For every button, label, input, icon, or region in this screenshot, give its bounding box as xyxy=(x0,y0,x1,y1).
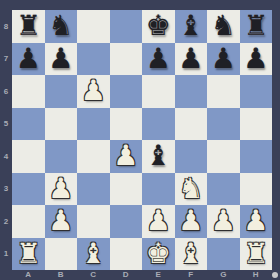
square-b5[interactable] xyxy=(45,108,78,141)
square-c7[interactable] xyxy=(77,43,110,76)
square-e5[interactable] xyxy=(142,108,175,141)
square-d7[interactable] xyxy=(110,43,143,76)
piece-bp-g7[interactable]: ♟ xyxy=(207,43,240,76)
piece-wp-e2[interactable]: ♟ xyxy=(142,205,175,238)
square-g7[interactable]: ♟ xyxy=(207,43,240,76)
piece-br-a8[interactable]: ♜ xyxy=(12,10,45,43)
square-d2[interactable] xyxy=(110,205,143,238)
file-label-e: E xyxy=(142,270,175,280)
square-b3[interactable]: ♟ xyxy=(45,173,78,206)
board-frame: 87654321 ♜♞♚♝♞♜♟♟♟♟♟♟♟♟♝♟♞♟♟♟♟♟♜♝♚♝♜ ABC… xyxy=(0,0,280,280)
file-label-d: D xyxy=(110,270,143,280)
piece-bp-e7[interactable]: ♟ xyxy=(142,43,175,76)
square-h7[interactable]: ♟ xyxy=(240,43,273,76)
square-f8[interactable]: ♝ xyxy=(175,10,208,43)
rank-label-6: 6 xyxy=(0,75,12,108)
piece-br-h8[interactable]: ♜ xyxy=(240,10,273,43)
piece-bp-b7[interactable]: ♟ xyxy=(45,43,78,76)
piece-wp-f2[interactable]: ♟ xyxy=(175,205,208,238)
square-b2[interactable]: ♟ xyxy=(45,205,78,238)
square-e6[interactable] xyxy=(142,75,175,108)
file-label-g: G xyxy=(207,270,240,280)
piece-wp-c6[interactable]: ♟ xyxy=(77,75,110,108)
square-f6[interactable] xyxy=(175,75,208,108)
square-h8[interactable]: ♜ xyxy=(240,10,273,43)
square-h2[interactable]: ♟ xyxy=(240,205,273,238)
square-d6[interactable] xyxy=(110,75,143,108)
square-g5[interactable] xyxy=(207,108,240,141)
square-c5[interactable] xyxy=(77,108,110,141)
square-h5[interactable] xyxy=(240,108,273,141)
rank-label-1: 1 xyxy=(0,238,12,271)
square-h4[interactable] xyxy=(240,140,273,173)
square-e7[interactable]: ♟ xyxy=(142,43,175,76)
square-a8[interactable]: ♜ xyxy=(12,10,45,43)
file-label-c: C xyxy=(77,270,110,280)
piece-wr-a1[interactable]: ♜ xyxy=(12,238,45,271)
file-label-b: B xyxy=(45,270,78,280)
chess-board[interactable]: ♜♞♚♝♞♜♟♟♟♟♟♟♟♟♝♟♞♟♟♟♟♟♜♝♚♝♜ xyxy=(12,10,272,270)
piece-wp-b3[interactable]: ♟ xyxy=(45,173,78,206)
piece-wp-h2[interactable]: ♟ xyxy=(240,205,273,238)
square-g3[interactable] xyxy=(207,173,240,206)
square-f4[interactable] xyxy=(175,140,208,173)
square-g2[interactable]: ♟ xyxy=(207,205,240,238)
piece-bp-f7[interactable]: ♟ xyxy=(175,43,208,76)
piece-bn-g8[interactable]: ♞ xyxy=(207,10,240,43)
square-e3[interactable] xyxy=(142,173,175,206)
square-f3[interactable]: ♞ xyxy=(175,173,208,206)
rank-labels: 87654321 xyxy=(0,10,12,270)
square-c1[interactable]: ♝ xyxy=(77,238,110,271)
square-f1[interactable]: ♝ xyxy=(175,238,208,271)
white-to-move-indicator xyxy=(272,272,278,278)
square-a4[interactable] xyxy=(12,140,45,173)
piece-bp-a7[interactable]: ♟ xyxy=(12,43,45,76)
square-d5[interactable] xyxy=(110,108,143,141)
square-f2[interactable]: ♟ xyxy=(175,205,208,238)
piece-wb-c1[interactable]: ♝ xyxy=(77,238,110,271)
square-d8[interactable] xyxy=(110,10,143,43)
square-b6[interactable] xyxy=(45,75,78,108)
file-label-h: H xyxy=(240,270,273,280)
piece-wb-f1[interactable]: ♝ xyxy=(175,238,208,271)
rank-label-8: 8 xyxy=(0,10,12,43)
square-d4[interactable]: ♟ xyxy=(110,140,143,173)
square-c3[interactable] xyxy=(77,173,110,206)
square-c2[interactable] xyxy=(77,205,110,238)
square-c8[interactable] xyxy=(77,10,110,43)
square-g8[interactable]: ♞ xyxy=(207,10,240,43)
square-b7[interactable]: ♟ xyxy=(45,43,78,76)
square-a2[interactable] xyxy=(12,205,45,238)
rank-label-5: 5 xyxy=(0,108,12,141)
square-g4[interactable] xyxy=(207,140,240,173)
piece-wp-g2[interactable]: ♟ xyxy=(207,205,240,238)
square-h3[interactable] xyxy=(240,173,273,206)
square-e4[interactable]: ♝ xyxy=(142,140,175,173)
file-labels: ABCDEFGH xyxy=(12,270,272,280)
rank-label-3: 3 xyxy=(0,173,12,206)
square-b4[interactable] xyxy=(45,140,78,173)
piece-bk-e8[interactable]: ♚ xyxy=(142,10,175,43)
square-g6[interactable] xyxy=(207,75,240,108)
square-b8[interactable]: ♞ xyxy=(45,10,78,43)
piece-wk-e1[interactable]: ♚ xyxy=(142,238,175,271)
rank-label-4: 4 xyxy=(0,140,12,173)
square-c6[interactable]: ♟ xyxy=(77,75,110,108)
square-b1[interactable] xyxy=(45,238,78,271)
piece-bb-f8[interactable]: ♝ xyxy=(175,10,208,43)
square-h1[interactable]: ♜ xyxy=(240,238,273,271)
square-f7[interactable]: ♟ xyxy=(175,43,208,76)
square-g1[interactable] xyxy=(207,238,240,271)
piece-wp-d4[interactable]: ♟ xyxy=(110,140,143,173)
square-a3[interactable] xyxy=(12,173,45,206)
square-a5[interactable] xyxy=(12,108,45,141)
square-h6[interactable] xyxy=(240,75,273,108)
piece-bp-h7[interactable]: ♟ xyxy=(240,43,273,76)
square-a1[interactable]: ♜ xyxy=(12,238,45,271)
piece-bb-e4[interactable]: ♝ xyxy=(142,140,175,173)
rank-label-2: 2 xyxy=(0,205,12,238)
piece-wp-b2[interactable]: ♟ xyxy=(45,205,78,238)
piece-bn-b8[interactable]: ♞ xyxy=(45,10,78,43)
piece-wr-h1[interactable]: ♜ xyxy=(240,238,273,271)
rank-label-7: 7 xyxy=(0,43,12,76)
square-a6[interactable] xyxy=(12,75,45,108)
square-e2[interactable]: ♟ xyxy=(142,205,175,238)
square-c4[interactable] xyxy=(77,140,110,173)
square-e1[interactable]: ♚ xyxy=(142,238,175,271)
file-label-a: A xyxy=(12,270,45,280)
file-label-f: F xyxy=(175,270,208,280)
square-d3[interactable] xyxy=(110,173,143,206)
square-d1[interactable] xyxy=(110,238,143,271)
piece-wn-f3[interactable]: ♞ xyxy=(175,173,208,206)
square-f5[interactable] xyxy=(175,108,208,141)
square-e8[interactable]: ♚ xyxy=(142,10,175,43)
square-a7[interactable]: ♟ xyxy=(12,43,45,76)
